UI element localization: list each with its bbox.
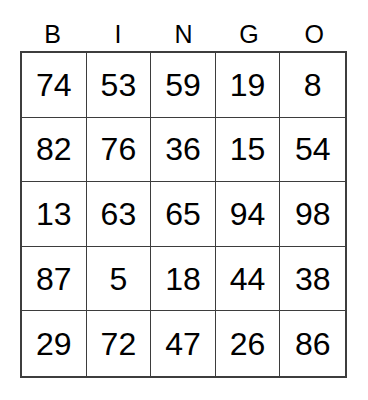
bingo-header-row: B I N G O [20, 18, 347, 50]
cell-r5c2[interactable]: 72 [87, 311, 152, 376]
cell-r1c5[interactable]: 8 [280, 53, 345, 118]
cell-r3c4[interactable]: 94 [216, 182, 281, 247]
cell-r5c1[interactable]: 29 [22, 311, 87, 376]
cell-r4c3[interactable]: 18 [151, 247, 216, 312]
cell-r3c5[interactable]: 98 [280, 182, 345, 247]
cell-r5c4[interactable]: 26 [216, 311, 281, 376]
header-letter-o: O [282, 18, 347, 50]
bingo-grid: 74 53 59 19 8 82 76 36 15 54 13 63 65 94… [20, 51, 347, 378]
cell-r2c1[interactable]: 82 [22, 118, 87, 183]
cell-r2c5[interactable]: 54 [280, 118, 345, 183]
cell-r1c1[interactable]: 74 [22, 53, 87, 118]
cell-r3c3[interactable]: 65 [151, 182, 216, 247]
cell-r3c2[interactable]: 63 [87, 182, 152, 247]
cell-r5c5[interactable]: 86 [280, 311, 345, 376]
cell-r1c3[interactable]: 59 [151, 53, 216, 118]
cell-r4c4[interactable]: 44 [216, 247, 281, 312]
cell-r4c2[interactable]: 5 [87, 247, 152, 312]
cell-r1c2[interactable]: 53 [87, 53, 152, 118]
cell-r3c1[interactable]: 13 [22, 182, 87, 247]
cell-r5c3[interactable]: 47 [151, 311, 216, 376]
header-letter-i: I [85, 18, 150, 50]
header-letter-b: B [20, 18, 85, 50]
header-letter-g: G [216, 18, 281, 50]
cell-r1c4[interactable]: 19 [216, 53, 281, 118]
header-letter-n: N [151, 18, 216, 50]
cell-r2c2[interactable]: 76 [87, 118, 152, 183]
bingo-card: B I N G O 74 53 59 19 8 82 76 36 15 54 1… [0, 0, 368, 400]
cell-r2c4[interactable]: 15 [216, 118, 281, 183]
cell-r2c3[interactable]: 36 [151, 118, 216, 183]
cell-r4c5[interactable]: 38 [280, 247, 345, 312]
cell-r4c1[interactable]: 87 [22, 247, 87, 312]
